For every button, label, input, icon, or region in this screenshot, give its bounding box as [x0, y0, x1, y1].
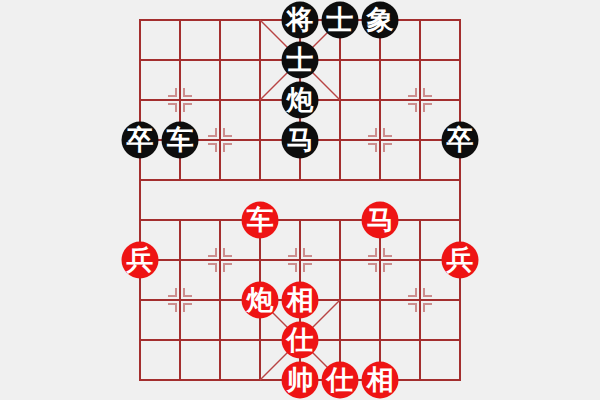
- piece-red-cannon[interactable]: 炮: [242, 282, 279, 319]
- piece-black-soldier[interactable]: 卒: [122, 122, 159, 159]
- piece-black-advisor[interactable]: 士: [282, 42, 319, 79]
- piece-black-general[interactable]: 将: [282, 2, 319, 39]
- piece-black-soldier[interactable]: 卒: [442, 122, 479, 159]
- piece-black-horse[interactable]: 马: [282, 122, 319, 159]
- piece-black-advisor[interactable]: 士: [322, 2, 359, 39]
- piece-red-general[interactable]: 帅: [282, 362, 319, 399]
- piece-black-chariot[interactable]: 车: [162, 122, 199, 159]
- piece-red-advisor[interactable]: 仕: [282, 322, 319, 359]
- piece-red-soldier[interactable]: 兵: [442, 242, 479, 279]
- piece-red-horse[interactable]: 马: [362, 202, 399, 239]
- piece-red-advisor[interactable]: 仕: [322, 362, 359, 399]
- xiangqi-board-diagram: 将士象士炮卒车马卒车马兵兵炮相仕帅仕相: [0, 0, 600, 400]
- piece-red-elephant[interactable]: 相: [362, 362, 399, 399]
- piece-black-cannon[interactable]: 炮: [282, 82, 319, 119]
- piece-red-elephant[interactable]: 相: [282, 282, 319, 319]
- piece-black-elephant[interactable]: 象: [362, 2, 399, 39]
- piece-red-chariot[interactable]: 车: [242, 202, 279, 239]
- piece-red-soldier[interactable]: 兵: [122, 242, 159, 279]
- pieces-layer: 将士象士炮卒车马卒车马兵兵炮相仕帅仕相: [0, 0, 600, 400]
